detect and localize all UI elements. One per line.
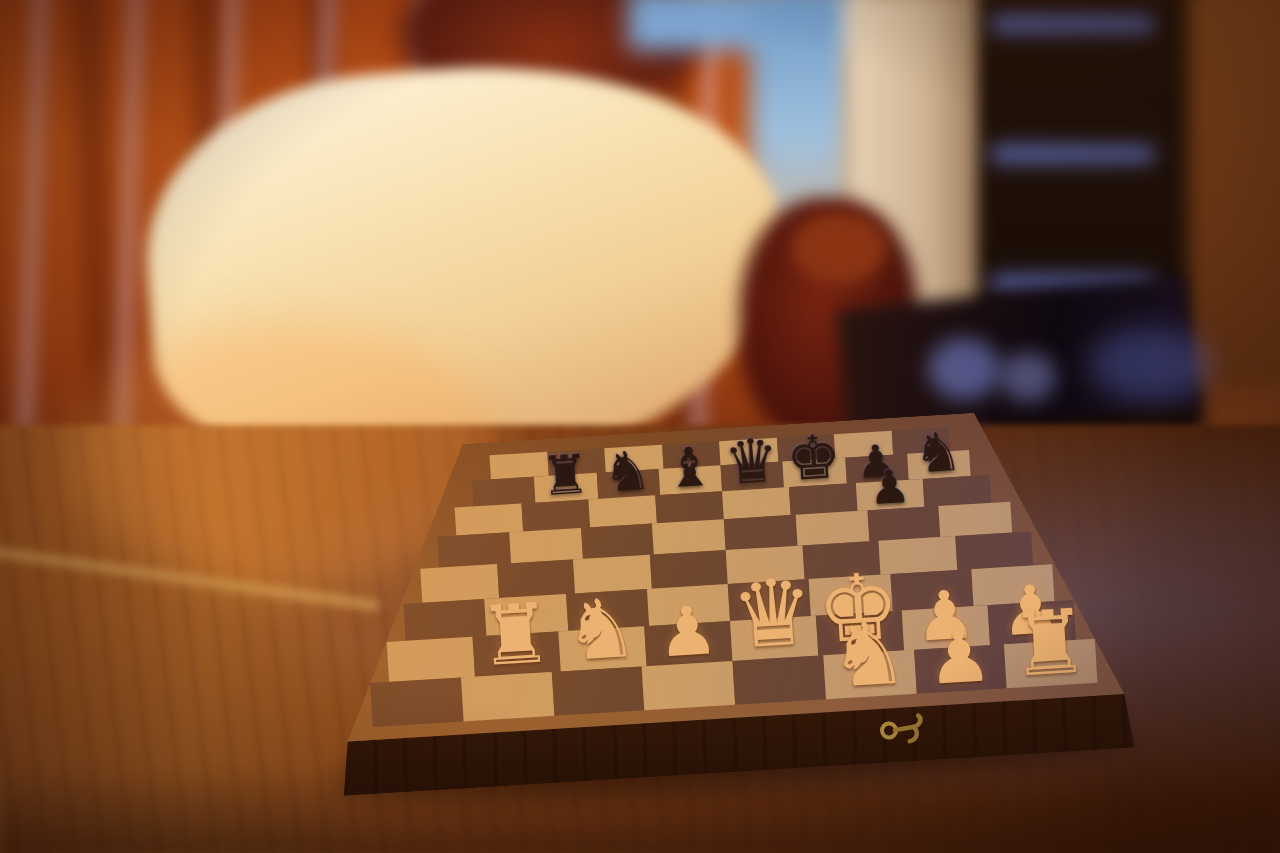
wood-column: [1188, 0, 1280, 388]
piece-white-queen[interactable]: ♛: [729, 566, 817, 663]
square-f1[interactable]: ♞: [823, 650, 916, 699]
piece-black-queen[interactable]: ♛: [723, 429, 781, 493]
piece-black-pawn[interactable]: ♟: [868, 464, 912, 512]
armrest-knob: [792, 212, 887, 284]
square-e7[interactable]: ♛: [721, 461, 785, 491]
square-b7[interactable]: ♜: [534, 473, 598, 503]
square-c7[interactable]: ♞: [596, 469, 660, 499]
wall-art-blue-panel: [750, 0, 852, 245]
piece-white-rook[interactable]: ♜: [1008, 597, 1092, 690]
square-c2[interactable]: ♞: [558, 626, 646, 671]
piece-black-rook[interactable]: ♜: [539, 447, 591, 504]
blue-bokeh: [928, 338, 1000, 400]
piece-white-knight[interactable]: ♞: [562, 587, 640, 673]
window-reflection-streak: [990, 276, 1155, 292]
scene: ♜♞♝♛♚♟♞♟♜♞♟♛♚♟♟♞♟♜: [0, 0, 1280, 853]
blue-bokeh: [1088, 328, 1213, 400]
piece-black-knight[interactable]: ♞: [912, 425, 964, 482]
piece-black-knight[interactable]: ♞: [602, 444, 654, 501]
cream-pillow: [135, 46, 796, 489]
piece-black-king[interactable]: ♚: [785, 425, 843, 489]
square-b2[interactable]: ♜: [473, 631, 561, 676]
chess-box: ♜♞♝♛♚♟♞♟♜♞♟♛♚♟♟♞♟♜: [305, 403, 1153, 805]
square-f7[interactable]: ♚: [783, 458, 847, 488]
square-h7[interactable]: ♞: [907, 450, 971, 480]
window-reflection-streak: [990, 16, 1155, 32]
square-h1[interactable]: ♜: [1004, 639, 1097, 688]
brass-latch-icon: [878, 712, 932, 747]
piece-white-knight[interactable]: ♞: [826, 608, 910, 701]
window-reflection-streak: [990, 146, 1155, 162]
piece-white-pawn[interactable]: ♟: [925, 619, 994, 695]
piece-white-pawn[interactable]: ♟: [655, 597, 719, 668]
dark-cabinet: [978, 0, 1203, 433]
sofa-top-roll: [400, 0, 700, 120]
blue-bokeh: [1000, 352, 1056, 402]
wall-art-blue: [628, 0, 863, 50]
door-frame: [843, 0, 995, 423]
piece-black-bishop[interactable]: ♝: [664, 440, 716, 497]
square-d7[interactable]: ♝: [658, 465, 722, 495]
piece-white-rook[interactable]: ♜: [476, 592, 554, 678]
square-e2[interactable]: ♛: [730, 616, 818, 661]
carved-armrest: [740, 198, 918, 446]
